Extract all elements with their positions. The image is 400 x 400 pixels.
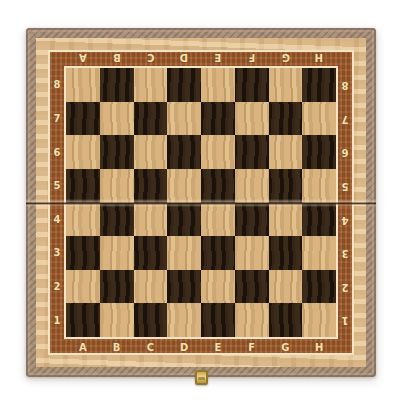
square-e5[interactable] — [201, 169, 235, 203]
rank-label-right-5: 5 — [338, 169, 352, 203]
square-e6[interactable] — [201, 135, 235, 169]
square-d3[interactable] — [167, 236, 201, 270]
square-c5[interactable] — [134, 169, 168, 203]
square-d1[interactable] — [167, 303, 201, 337]
file-labels-top: ABCDEFGH — [66, 51, 336, 65]
square-h6[interactable] — [302, 135, 336, 169]
square-g4[interactable] — [269, 203, 303, 237]
square-f3[interactable] — [235, 236, 269, 270]
rank-labels-right: 87654321 — [338, 68, 352, 337]
product-photo-stage: ABCDEFGH ABCDEFGH 87654321 87654321 — [0, 0, 400, 400]
square-e8[interactable] — [201, 68, 235, 102]
square-f1[interactable] — [235, 303, 269, 337]
square-d4[interactable] — [167, 203, 201, 237]
file-label-bottom-c: C — [134, 340, 168, 354]
file-label-bottom-b: B — [100, 340, 134, 354]
square-a4[interactable] — [66, 203, 100, 237]
square-f8[interactable] — [235, 68, 269, 102]
square-h3[interactable] — [302, 236, 336, 270]
file-label-top-d: D — [167, 51, 201, 65]
square-a6[interactable] — [66, 135, 100, 169]
square-b8[interactable] — [100, 68, 134, 102]
rank-label-left-8: 8 — [50, 68, 64, 102]
square-g1[interactable] — [269, 303, 303, 337]
rank-label-left-3: 3 — [50, 236, 64, 270]
square-b4[interactable] — [100, 203, 134, 237]
square-a8[interactable] — [66, 68, 100, 102]
square-c6[interactable] — [134, 135, 168, 169]
square-h7[interactable] — [302, 102, 336, 136]
square-d5[interactable] — [167, 169, 201, 203]
square-b2[interactable] — [100, 270, 134, 304]
square-a3[interactable] — [66, 236, 100, 270]
square-h4[interactable] — [302, 203, 336, 237]
file-label-top-c: C — [134, 51, 168, 65]
square-a1[interactable] — [66, 303, 100, 337]
file-label-bottom-d: D — [167, 340, 201, 354]
file-label-bottom-a: A — [66, 340, 100, 354]
rank-label-right-6: 6 — [338, 135, 352, 169]
square-c4[interactable] — [134, 203, 168, 237]
square-a2[interactable] — [66, 270, 100, 304]
rank-label-right-3: 3 — [338, 236, 352, 270]
square-g2[interactable] — [269, 270, 303, 304]
file-label-top-g: G — [269, 51, 303, 65]
file-label-top-h: H — [302, 51, 336, 65]
rank-label-left-4: 4 — [50, 203, 64, 237]
rank-label-right-7: 7 — [338, 102, 352, 136]
square-c3[interactable] — [134, 236, 168, 270]
folding-chess-box: ABCDEFGH ABCDEFGH 87654321 87654321 — [26, 28, 376, 377]
square-c8[interactable] — [134, 68, 168, 102]
square-h8[interactable] — [302, 68, 336, 102]
square-b3[interactable] — [100, 236, 134, 270]
square-g8[interactable] — [269, 68, 303, 102]
square-f4[interactable] — [235, 203, 269, 237]
file-label-top-f: F — [235, 51, 269, 65]
rank-label-left-6: 6 — [50, 135, 64, 169]
square-e4[interactable] — [201, 203, 235, 237]
square-g5[interactable] — [269, 169, 303, 203]
square-e3[interactable] — [201, 236, 235, 270]
file-label-bottom-g: G — [269, 340, 303, 354]
rank-label-right-1: 1 — [338, 303, 352, 337]
file-label-top-b: B — [100, 51, 134, 65]
file-label-bottom-f: F — [235, 340, 269, 354]
square-f5[interactable] — [235, 169, 269, 203]
square-f6[interactable] — [235, 135, 269, 169]
file-label-bottom-e: E — [201, 340, 235, 354]
rank-label-left-7: 7 — [50, 102, 64, 136]
rank-labels-left: 87654321 — [50, 68, 64, 337]
square-f7[interactable] — [235, 102, 269, 136]
square-a7[interactable] — [66, 102, 100, 136]
square-c7[interactable] — [134, 102, 168, 136]
square-h2[interactable] — [302, 270, 336, 304]
square-b7[interactable] — [100, 102, 134, 136]
square-b5[interactable] — [100, 169, 134, 203]
file-label-bottom-h: H — [302, 340, 336, 354]
brass-latch — [195, 370, 208, 385]
square-h5[interactable] — [302, 169, 336, 203]
rank-label-right-4: 4 — [338, 203, 352, 237]
rank-label-right-2: 2 — [338, 270, 352, 304]
square-f2[interactable] — [235, 270, 269, 304]
file-label-top-e: E — [201, 51, 235, 65]
square-g7[interactable] — [269, 102, 303, 136]
square-b6[interactable] — [100, 135, 134, 169]
rank-label-left-5: 5 — [50, 169, 64, 203]
file-labels-bottom: ABCDEFGH — [66, 340, 336, 354]
square-d7[interactable] — [167, 102, 201, 136]
square-h1[interactable] — [302, 303, 336, 337]
square-e7[interactable] — [201, 102, 235, 136]
square-c1[interactable] — [134, 303, 168, 337]
square-d6[interactable] — [167, 135, 201, 169]
square-e2[interactable] — [201, 270, 235, 304]
square-d8[interactable] — [167, 68, 201, 102]
square-c2[interactable] — [134, 270, 168, 304]
square-g3[interactable] — [269, 236, 303, 270]
square-e1[interactable] — [201, 303, 235, 337]
rank-label-right-8: 8 — [338, 68, 352, 102]
rank-label-left-1: 1 — [50, 303, 64, 337]
square-a5[interactable] — [66, 169, 100, 203]
rank-label-left-2: 2 — [50, 270, 64, 304]
file-label-top-a: A — [66, 51, 100, 65]
chessboard — [66, 68, 336, 337]
square-g6[interactable] — [269, 135, 303, 169]
square-b1[interactable] — [100, 303, 134, 337]
square-d2[interactable] — [167, 270, 201, 304]
